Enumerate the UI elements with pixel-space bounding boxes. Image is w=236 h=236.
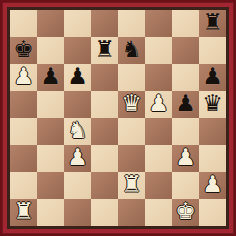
square-b5[interactable] [37,91,64,118]
board-frame: ♜♚♜♞♟♟♟♟♛♟♟♛♞♟♟♜♟♜♚ [0,0,236,236]
square-c7[interactable] [64,37,91,64]
piece-white-pawn: ♟ [67,145,88,171]
square-d5[interactable] [91,91,118,118]
piece-white-pawn: ♟ [13,64,34,90]
square-a6[interactable]: ♟ [10,64,37,91]
square-h6[interactable]: ♟ [199,64,226,91]
piece-black-pawn: ♟ [202,64,223,90]
square-c4[interactable]: ♞ [64,118,91,145]
square-a2[interactable] [10,172,37,199]
square-b3[interactable] [37,145,64,172]
square-c3[interactable]: ♟ [64,145,91,172]
piece-white-queen: ♛ [121,91,142,117]
square-g5[interactable]: ♟ [172,91,199,118]
square-b8[interactable] [37,10,64,37]
square-h1[interactable] [199,199,226,226]
square-h8[interactable]: ♜ [199,10,226,37]
square-b7[interactable] [37,37,64,64]
square-a8[interactable] [10,10,37,37]
piece-white-pawn: ♟ [175,145,196,171]
square-b6[interactable]: ♟ [37,64,64,91]
square-a4[interactable] [10,118,37,145]
square-g7[interactable] [172,37,199,64]
square-e4[interactable] [118,118,145,145]
chess-board: ♜♚♜♞♟♟♟♟♛♟♟♛♞♟♟♜♟♜♚ [7,7,229,229]
square-a5[interactable] [10,91,37,118]
square-e8[interactable] [118,10,145,37]
square-h7[interactable] [199,37,226,64]
square-d6[interactable] [91,64,118,91]
square-e1[interactable] [118,199,145,226]
square-d8[interactable] [91,10,118,37]
square-e7[interactable]: ♞ [118,37,145,64]
square-g1[interactable]: ♚ [172,199,199,226]
square-d4[interactable] [91,118,118,145]
square-e5[interactable]: ♛ [118,91,145,118]
piece-white-king: ♚ [175,199,196,225]
square-h4[interactable] [199,118,226,145]
square-c2[interactable] [64,172,91,199]
square-b1[interactable] [37,199,64,226]
square-f5[interactable]: ♟ [145,91,172,118]
piece-white-pawn: ♟ [202,172,223,198]
square-f8[interactable] [145,10,172,37]
square-a1[interactable]: ♜ [10,199,37,226]
square-c5[interactable] [64,91,91,118]
square-g3[interactable]: ♟ [172,145,199,172]
square-e6[interactable] [118,64,145,91]
square-f1[interactable] [145,199,172,226]
square-e3[interactable] [118,145,145,172]
piece-white-pawn: ♟ [148,91,169,117]
square-e2[interactable]: ♜ [118,172,145,199]
square-d2[interactable] [91,172,118,199]
square-f4[interactable] [145,118,172,145]
piece-white-knight: ♞ [67,118,88,144]
square-f7[interactable] [145,37,172,64]
square-h2[interactable]: ♟ [199,172,226,199]
square-h3[interactable] [199,145,226,172]
square-a7[interactable]: ♚ [10,37,37,64]
piece-black-queen: ♛ [202,91,223,117]
square-b4[interactable] [37,118,64,145]
piece-white-rook: ♜ [13,199,34,225]
square-d7[interactable]: ♜ [91,37,118,64]
square-a3[interactable] [10,145,37,172]
square-f2[interactable] [145,172,172,199]
square-d1[interactable] [91,199,118,226]
square-g4[interactable] [172,118,199,145]
square-c8[interactable] [64,10,91,37]
square-c1[interactable] [64,199,91,226]
square-d3[interactable] [91,145,118,172]
piece-black-rook: ♜ [202,10,223,36]
piece-black-rook: ♜ [94,37,115,63]
square-c6[interactable]: ♟ [64,64,91,91]
piece-black-king: ♚ [13,37,34,63]
piece-white-rook: ♜ [121,172,142,198]
piece-black-pawn: ♟ [67,64,88,90]
piece-black-pawn: ♟ [40,64,61,90]
square-f6[interactable] [145,64,172,91]
square-g6[interactable] [172,64,199,91]
square-b2[interactable] [37,172,64,199]
square-g2[interactable] [172,172,199,199]
square-g8[interactable] [172,10,199,37]
piece-black-pawn: ♟ [175,91,196,117]
square-f3[interactable] [145,145,172,172]
piece-black-knight: ♞ [121,37,142,63]
square-h5[interactable]: ♛ [199,91,226,118]
